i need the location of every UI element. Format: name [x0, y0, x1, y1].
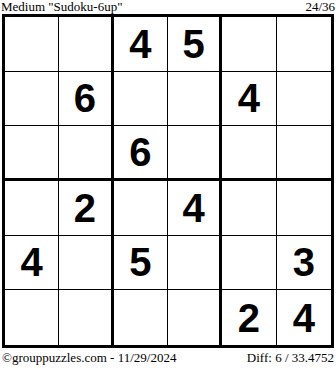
- cell-r4c3[interactable]: [114, 181, 168, 236]
- cell-r5c4[interactable]: [168, 236, 222, 291]
- given-digit: 2: [238, 298, 260, 338]
- cell-r6c3[interactable]: [114, 290, 168, 345]
- cell-r2c5[interactable]: 4: [222, 72, 276, 127]
- copyright-text: ©grouppuzzles.com - 11/29/2024: [2, 350, 176, 366]
- cell-r1c1[interactable]: [5, 17, 59, 72]
- given-digit: 4: [238, 78, 260, 118]
- puzzle-title: Medium "Sudoku-6up": [1, 0, 122, 13]
- cell-r6c1[interactable]: [5, 290, 59, 345]
- given-digit: 6: [74, 78, 96, 118]
- empty-cell-counter: 24/36: [305, 0, 335, 13]
- cell-r4c4[interactable]: 4: [168, 181, 222, 236]
- given-digit: 5: [129, 242, 151, 282]
- given-digit: 4: [183, 188, 205, 228]
- given-digit: 5: [183, 24, 205, 64]
- cell-r2c1[interactable]: [5, 72, 59, 127]
- cell-r3c1[interactable]: [5, 126, 59, 181]
- cell-r5c5[interactable]: [222, 236, 276, 291]
- cell-r6c6[interactable]: 4: [277, 290, 331, 345]
- given-digit: 4: [129, 24, 151, 64]
- cell-r3c4[interactable]: [168, 126, 222, 181]
- cell-r1c4[interactable]: 5: [168, 17, 222, 72]
- cell-r4c5[interactable]: [222, 181, 276, 236]
- cell-r6c2[interactable]: [59, 290, 113, 345]
- cell-r3c2[interactable]: [59, 126, 113, 181]
- given-digit: 6: [129, 132, 151, 172]
- cell-r6c4[interactable]: [168, 290, 222, 345]
- difficulty-text: Diff: 6 / 33.4752: [247, 350, 334, 366]
- cell-r1c6[interactable]: [277, 17, 331, 72]
- cell-r2c6[interactable]: [277, 72, 331, 127]
- cell-r6c5[interactable]: 2: [222, 290, 276, 345]
- page-footer: ©grouppuzzles.com - 11/29/2024 Diff: 6 /…: [2, 350, 334, 366]
- given-digit: 2: [74, 188, 96, 228]
- given-digit: 3: [293, 242, 315, 282]
- given-digit: 4: [21, 242, 43, 282]
- cell-r5c1[interactable]: 4: [5, 236, 59, 291]
- cell-r4c1[interactable]: [5, 181, 59, 236]
- cell-r5c2[interactable]: [59, 236, 113, 291]
- cell-r2c3[interactable]: [114, 72, 168, 127]
- cell-r4c2[interactable]: 2: [59, 181, 113, 236]
- cell-r3c5[interactable]: [222, 126, 276, 181]
- cell-r2c4[interactable]: [168, 72, 222, 127]
- cell-r5c6[interactable]: 3: [277, 236, 331, 291]
- cell-r2c2[interactable]: 6: [59, 72, 113, 127]
- cell-r1c5[interactable]: [222, 17, 276, 72]
- cell-r3c6[interactable]: [277, 126, 331, 181]
- cell-r5c3[interactable]: 5: [114, 236, 168, 291]
- page-header: Medium "Sudoku-6up" 24/36: [1, 0, 335, 13]
- cell-r1c3[interactable]: 4: [114, 17, 168, 72]
- cell-r4c6[interactable]: [277, 181, 331, 236]
- given-digit: 4: [293, 298, 315, 338]
- cell-r3c3[interactable]: 6: [114, 126, 168, 181]
- cell-r1c2[interactable]: [59, 17, 113, 72]
- sudoku-grid: 456462445324: [2, 14, 334, 348]
